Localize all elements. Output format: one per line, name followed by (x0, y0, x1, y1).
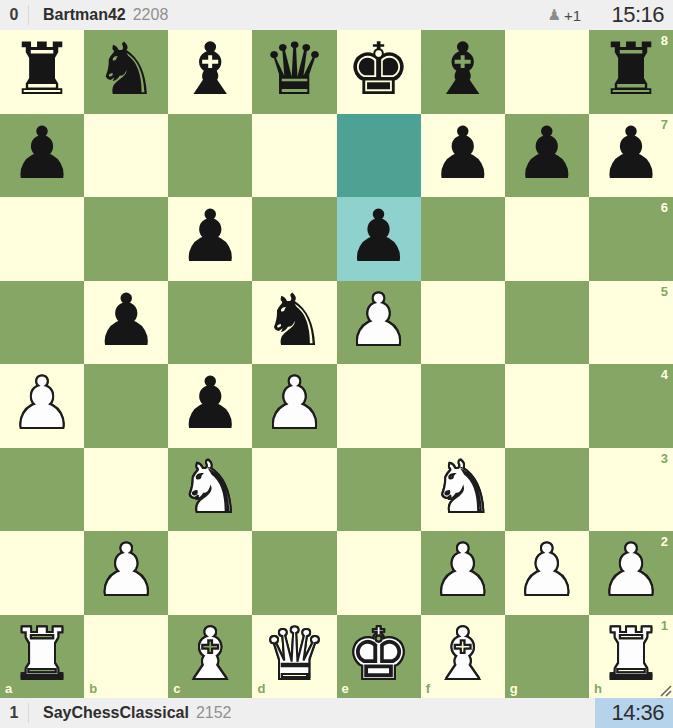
piece-white-queen[interactable]: ♛ (262, 615, 327, 696)
square-d5[interactable]: ♞ (252, 281, 336, 365)
material-advantage-value: +1 (564, 7, 581, 24)
square-h4[interactable]: 4 (589, 364, 673, 448)
rank-label-4: 4 (661, 368, 668, 381)
rank-label-6: 6 (661, 201, 668, 214)
piece-white-rook[interactable]: ♜ (599, 615, 664, 696)
square-b5[interactable]: ♟ (84, 281, 168, 365)
square-e3[interactable] (337, 448, 421, 532)
square-a3[interactable] (0, 448, 84, 532)
square-e6[interactable]: ♟ (337, 197, 421, 281)
square-g6[interactable] (505, 197, 589, 281)
square-a8[interactable]: ♜ (0, 30, 84, 114)
square-d2[interactable] (252, 531, 336, 615)
bottom-player-bar: 1 SayChessClassical 2152 14:36 (0, 698, 673, 728)
square-b6[interactable] (84, 197, 168, 281)
square-a4[interactable]: ♟ (0, 364, 84, 448)
file-label-f: f (426, 682, 430, 695)
piece-white-pawn[interactable]: ♟ (10, 364, 75, 445)
square-h2[interactable]: ♟2 (589, 531, 673, 615)
piece-white-rook[interactable]: ♜ (10, 615, 75, 696)
piece-white-bishop[interactable]: ♝ (430, 615, 495, 696)
piece-white-pawn[interactable]: ♟ (262, 364, 327, 445)
square-f6[interactable] (421, 197, 505, 281)
square-c1[interactable]: ♝c (168, 615, 252, 699)
square-g3[interactable] (505, 448, 589, 532)
square-f2[interactable]: ♟ (421, 531, 505, 615)
board-resize-grip-icon[interactable] (657, 682, 672, 697)
bottom-clock: 14:36 (595, 698, 673, 728)
square-c8[interactable]: ♝ (168, 30, 252, 114)
square-f4[interactable] (421, 364, 505, 448)
pawn-icon: ♟ (547, 8, 560, 23)
square-d1[interactable]: ♛d (252, 615, 336, 699)
piece-black-pawn[interactable]: ♟ (430, 114, 495, 195)
piece-white-pawn[interactable]: ♟ (430, 531, 495, 612)
square-d3[interactable] (252, 448, 336, 532)
bar-divider (28, 703, 29, 723)
square-c3[interactable]: ♞ (168, 448, 252, 532)
square-a2[interactable] (0, 531, 84, 615)
square-h8[interactable]: ♜8 (589, 30, 673, 114)
square-d7[interactable] (252, 114, 336, 198)
square-b2[interactable]: ♟ (84, 531, 168, 615)
piece-black-knight[interactable]: ♞ (94, 30, 159, 111)
square-e4[interactable] (337, 364, 421, 448)
square-a6[interactable] (0, 197, 84, 281)
piece-black-king[interactable]: ♚ (346, 30, 411, 111)
square-c6[interactable]: ♟ (168, 197, 252, 281)
rank-label-5: 5 (661, 285, 668, 298)
piece-black-rook[interactable]: ♜ (599, 30, 664, 111)
square-f8[interactable]: ♝ (421, 30, 505, 114)
piece-black-knight[interactable]: ♞ (262, 281, 327, 362)
square-f7[interactable]: ♟ (421, 114, 505, 198)
piece-white-knight[interactable]: ♞ (178, 448, 243, 529)
square-f1[interactable]: ♝f (421, 615, 505, 699)
square-h6[interactable]: 6 (589, 197, 673, 281)
square-a7[interactable]: ♟ (0, 114, 84, 198)
file-label-g: g (510, 682, 518, 695)
square-e2[interactable] (337, 531, 421, 615)
square-f5[interactable] (421, 281, 505, 365)
square-c2[interactable] (168, 531, 252, 615)
square-e7[interactable] (337, 114, 421, 198)
square-h5[interactable]: 5 (589, 281, 673, 365)
bar-divider (28, 5, 29, 25)
bottom-score: 1 (0, 704, 28, 722)
piece-black-rook[interactable]: ♜ (10, 30, 75, 111)
piece-black-pawn[interactable]: ♟ (94, 281, 159, 362)
square-e8[interactable]: ♚ (337, 30, 421, 114)
square-b8[interactable]: ♞ (84, 30, 168, 114)
square-b4[interactable] (84, 364, 168, 448)
square-c5[interactable] (168, 281, 252, 365)
piece-white-pawn[interactable]: ♟ (346, 281, 411, 362)
chess-board[interactable]: ♜♞♝♛♚♝♜8♟♟♟♟7♟♟6♟♞♟5♟♟♟4♞♞3♟♟♟♟2♜ab♝c♛d♚… (0, 30, 673, 698)
piece-black-pawn[interactable]: ♟ (178, 197, 243, 278)
piece-white-pawn[interactable]: ♟ (94, 531, 159, 612)
top-player-rating: 2208 (133, 6, 169, 24)
square-e5[interactable]: ♟ (337, 281, 421, 365)
piece-white-pawn[interactable]: ♟ (599, 531, 664, 612)
piece-black-bishop[interactable]: ♝ (178, 30, 243, 111)
piece-white-bishop[interactable]: ♝ (178, 615, 243, 696)
bottom-player-name: SayChessClassical (43, 704, 189, 722)
material-advantage-badge: ♟ +1 (547, 7, 581, 24)
square-c7[interactable] (168, 114, 252, 198)
piece-black-queen[interactable]: ♛ (262, 30, 327, 111)
square-c4[interactable]: ♟ (168, 364, 252, 448)
square-d6[interactable] (252, 197, 336, 281)
square-g5[interactable] (505, 281, 589, 365)
square-g7[interactable]: ♟ (505, 114, 589, 198)
top-player-name: Bartman42 (43, 6, 126, 24)
piece-white-king[interactable]: ♚ (346, 615, 411, 696)
square-e1[interactable]: ♚e (337, 615, 421, 699)
bottom-player-rating: 2152 (196, 704, 232, 722)
top-player-bar: 0 Bartman42 2208 ♟ +1 15:16 (0, 0, 673, 30)
square-g2[interactable]: ♟ (505, 531, 589, 615)
square-d4[interactable]: ♟ (252, 364, 336, 448)
rank-label-3: 3 (661, 452, 668, 465)
square-f3[interactable]: ♞ (421, 448, 505, 532)
square-b7[interactable] (84, 114, 168, 198)
square-b1[interactable]: b (84, 615, 168, 699)
piece-black-bishop[interactable]: ♝ (430, 30, 495, 111)
square-g4[interactable] (505, 364, 589, 448)
square-b3[interactable] (84, 448, 168, 532)
square-g8[interactable] (505, 30, 589, 114)
piece-white-pawn[interactable]: ♟ (515, 531, 580, 612)
piece-black-pawn[interactable]: ♟ (515, 114, 580, 195)
chess-app: 0 Bartman42 2208 ♟ +1 15:16 ♜♞♝♛♚♝♜8♟♟♟♟… (0, 0, 673, 728)
square-a5[interactable] (0, 281, 84, 365)
piece-black-pawn[interactable]: ♟ (346, 197, 411, 278)
top-score: 0 (0, 6, 28, 24)
piece-black-pawn[interactable]: ♟ (599, 114, 664, 195)
top-clock: 15:16 (595, 0, 673, 30)
file-label-b: b (89, 682, 97, 695)
square-g1[interactable]: g (505, 615, 589, 699)
square-h3[interactable]: 3 (589, 448, 673, 532)
piece-white-knight[interactable]: ♞ (430, 448, 495, 529)
piece-black-pawn[interactable]: ♟ (178, 364, 243, 445)
square-d8[interactable]: ♛ (252, 30, 336, 114)
square-h7[interactable]: ♟7 (589, 114, 673, 198)
piece-black-pawn[interactable]: ♟ (10, 114, 75, 195)
square-a1[interactable]: ♜a (0, 615, 84, 699)
